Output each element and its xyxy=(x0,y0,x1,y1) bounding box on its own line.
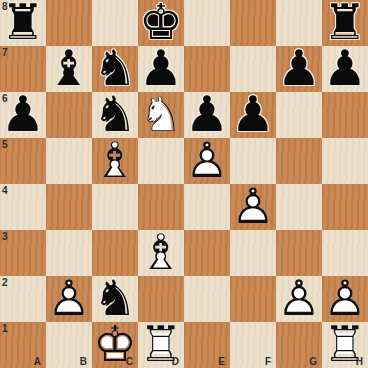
square-e2[interactable] xyxy=(184,276,230,322)
piece-glyph-outline: ♙ xyxy=(184,138,230,184)
square-c5[interactable]: ♝♗ xyxy=(92,138,138,184)
square-h7[interactable]: ♟ xyxy=(322,46,368,92)
piece-glyph: ♟ xyxy=(322,46,368,92)
white-pawn[interactable]: ♟♙ xyxy=(276,276,322,322)
file-label: E xyxy=(218,356,225,367)
square-a3[interactable]: 3 xyxy=(0,230,46,276)
square-c4[interactable] xyxy=(92,184,138,230)
piece-glyph: ♝ xyxy=(46,46,92,92)
square-d6[interactable]: ♞♘ xyxy=(138,92,184,138)
black-bishop[interactable]: ♝ xyxy=(46,46,92,92)
piece-glyph-outline: ♗ xyxy=(92,138,138,184)
square-a2[interactable]: 2 xyxy=(0,276,46,322)
square-f8[interactable] xyxy=(230,0,276,46)
piece-glyph-outline: ♙ xyxy=(46,276,92,322)
white-rook[interactable]: ♜♖ xyxy=(138,322,184,368)
square-g1[interactable]: G xyxy=(276,322,322,368)
square-b1[interactable]: B xyxy=(46,322,92,368)
rank-label: 3 xyxy=(2,231,8,242)
piece-glyph-outline: ♙ xyxy=(230,184,276,230)
square-g5[interactable] xyxy=(276,138,322,184)
file-label: G xyxy=(309,356,317,367)
file-label: B xyxy=(80,356,87,367)
piece-glyph-outline: ♔ xyxy=(92,322,138,368)
white-rook[interactable]: ♜♖ xyxy=(322,322,368,368)
piece-glyph-outline: ♙ xyxy=(276,276,322,322)
white-pawn[interactable]: ♟♙ xyxy=(184,138,230,184)
rank-label: 2 xyxy=(2,277,8,288)
square-e8[interactable] xyxy=(184,0,230,46)
piece-glyph-outline: ♗ xyxy=(138,230,184,276)
white-bishop[interactable]: ♝♗ xyxy=(92,138,138,184)
square-a8[interactable]: 8♜ xyxy=(0,0,46,46)
square-h1[interactable]: H♜♖ xyxy=(322,322,368,368)
square-b4[interactable] xyxy=(46,184,92,230)
piece-glyph: ♟ xyxy=(0,92,46,138)
chess-board: 8♜♚♜7♝♞♟♟♟6♟♞♞♘♟♟5♝♗♟♙4♟♙3♝♗2♟♙♞♟♙♟♙1ABC… xyxy=(0,0,368,368)
black-pawn[interactable]: ♟ xyxy=(322,46,368,92)
file-label: F xyxy=(265,356,271,367)
square-e5[interactable]: ♟♙ xyxy=(184,138,230,184)
square-b5[interactable] xyxy=(46,138,92,184)
square-f3[interactable] xyxy=(230,230,276,276)
white-pawn[interactable]: ♟♙ xyxy=(46,276,92,322)
square-a4[interactable]: 4 xyxy=(0,184,46,230)
piece-glyph-outline: ♖ xyxy=(322,322,368,368)
white-pawn[interactable]: ♟♙ xyxy=(230,184,276,230)
square-b2[interactable]: ♟♙ xyxy=(46,276,92,322)
square-f2[interactable] xyxy=(230,276,276,322)
white-bishop[interactable]: ♝♗ xyxy=(138,230,184,276)
black-pawn[interactable]: ♟ xyxy=(230,92,276,138)
square-d3[interactable]: ♝♗ xyxy=(138,230,184,276)
square-f1[interactable]: F xyxy=(230,322,276,368)
square-g4[interactable] xyxy=(276,184,322,230)
square-e4[interactable] xyxy=(184,184,230,230)
file-label: A xyxy=(34,356,41,367)
piece-glyph: ♟ xyxy=(230,92,276,138)
black-pawn[interactable]: ♟ xyxy=(0,92,46,138)
rank-label: 4 xyxy=(2,185,8,196)
square-a1[interactable]: 1A xyxy=(0,322,46,368)
white-knight[interactable]: ♞♘ xyxy=(138,92,184,138)
black-rook[interactable]: ♜ xyxy=(0,0,46,46)
black-pawn[interactable]: ♟ xyxy=(276,46,322,92)
square-b6[interactable] xyxy=(46,92,92,138)
white-king[interactable]: ♚♔ xyxy=(92,322,138,368)
piece-glyph-outline: ♘ xyxy=(138,92,184,138)
square-d1[interactable]: D♜♖ xyxy=(138,322,184,368)
square-e1[interactable]: E xyxy=(184,322,230,368)
square-h6[interactable] xyxy=(322,92,368,138)
square-g7[interactable]: ♟ xyxy=(276,46,322,92)
rank-label: 1 xyxy=(2,323,8,334)
piece-glyph: ♜ xyxy=(0,0,46,46)
square-f4[interactable]: ♟♙ xyxy=(230,184,276,230)
square-a6[interactable]: 6♟ xyxy=(0,92,46,138)
piece-glyph: ♟ xyxy=(276,46,322,92)
square-b7[interactable]: ♝ xyxy=(46,46,92,92)
square-d5[interactable] xyxy=(138,138,184,184)
square-h5[interactable] xyxy=(322,138,368,184)
square-a5[interactable]: 5 xyxy=(0,138,46,184)
square-h4[interactable] xyxy=(322,184,368,230)
square-e3[interactable] xyxy=(184,230,230,276)
square-g2[interactable]: ♟♙ xyxy=(276,276,322,322)
square-f6[interactable]: ♟ xyxy=(230,92,276,138)
square-c1[interactable]: C♚♔ xyxy=(92,322,138,368)
square-g6[interactable] xyxy=(276,92,322,138)
piece-glyph-outline: ♖ xyxy=(138,322,184,368)
